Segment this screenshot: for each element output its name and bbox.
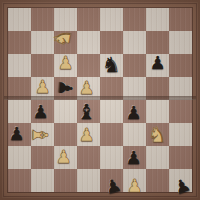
square-b6[interactable] (31, 54, 54, 77)
square-h7[interactable] (169, 31, 192, 54)
piece-black-bishop-d4[interactable]: ♝ (75, 100, 98, 123)
square-e5[interactable] (100, 77, 123, 100)
square-d8[interactable] (77, 8, 100, 31)
piece-black-pawn-a3[interactable]: ♟ (5, 122, 28, 145)
piece-white-bishop-b3[interactable]: ♝ (27, 123, 50, 146)
square-f8[interactable] (123, 8, 146, 31)
square-b1[interactable] (31, 169, 54, 192)
piece-white-pawn-c6[interactable]: ♟ (54, 51, 77, 74)
square-f5[interactable] (123, 77, 146, 100)
square-c1[interactable] (54, 169, 77, 192)
square-e8[interactable] (100, 8, 123, 31)
square-d7[interactable] (77, 31, 100, 54)
square-b2[interactable] (31, 146, 54, 169)
piece-black-pawn-g6[interactable]: ♟ (146, 51, 169, 74)
square-g8[interactable] (146, 8, 169, 31)
square-e3[interactable] (100, 123, 123, 146)
square-c4[interactable] (54, 100, 77, 123)
square-f3[interactable] (123, 123, 146, 146)
square-h5[interactable] (169, 77, 192, 100)
piece-black-pawn-f2[interactable]: ♟ (122, 146, 145, 169)
square-f7[interactable] (123, 31, 146, 54)
square-e2[interactable] (100, 146, 123, 169)
square-g1[interactable] (146, 169, 169, 192)
square-h8[interactable] (169, 8, 192, 31)
square-a5[interactable] (8, 77, 31, 100)
square-c3[interactable] (54, 123, 77, 146)
square-a8[interactable] (8, 8, 31, 31)
square-h3[interactable] (169, 123, 192, 146)
square-d6[interactable] (77, 54, 100, 77)
square-b8[interactable] (31, 8, 54, 31)
piece-white-pawn-f1[interactable]: ♟ (123, 174, 146, 197)
piece-black-knight-e6[interactable]: ♞ (100, 53, 123, 76)
piece-black-pawn-b4[interactable]: ♟ (29, 100, 52, 123)
square-h6[interactable] (169, 54, 192, 77)
piece-white-pawn-b5[interactable]: ♟ (31, 75, 54, 98)
piece-white-pawn-c2[interactable]: ♟ (52, 145, 75, 168)
square-e7[interactable] (100, 31, 123, 54)
square-a1[interactable] (8, 169, 31, 192)
square-g2[interactable] (146, 146, 169, 169)
square-d1[interactable] (77, 169, 100, 192)
square-g4[interactable] (146, 100, 169, 123)
square-h4[interactable] (169, 100, 192, 123)
square-a7[interactable] (8, 31, 31, 54)
square-e4[interactable] (100, 100, 123, 123)
square-h2[interactable] (169, 146, 192, 169)
piece-white-knight-c7[interactable]: ♞ (49, 24, 76, 51)
chessboard-photo: ♞♟♞♟♟♟♟♟♝♟♟♝♟♞♟♟♟♟♟ (0, 0, 200, 200)
chess-board: ♞♟♞♟♟♟♟♟♝♟♟♝♟♞♟♟♟♟♟ (8, 8, 192, 192)
piece-black-pawn-f4[interactable]: ♟ (122, 101, 145, 124)
piece-white-knight-g3[interactable]: ♞ (146, 123, 169, 146)
square-a4[interactable] (8, 100, 31, 123)
square-a2[interactable] (8, 146, 31, 169)
square-g5[interactable] (146, 77, 169, 100)
piece-white-pawn-d5[interactable]: ♟ (75, 76, 98, 99)
square-f6[interactable] (123, 54, 146, 77)
square-d2[interactable] (77, 146, 100, 169)
piece-white-pawn-d3[interactable]: ♟ (75, 123, 98, 146)
square-a6[interactable] (8, 54, 31, 77)
